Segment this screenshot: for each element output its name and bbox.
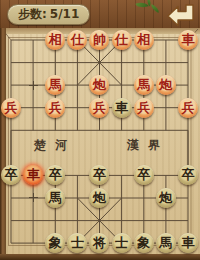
piece-black-車[interactable]: 車 [178,233,198,253]
piece-red-馬[interactable]: 馬 [134,75,154,95]
piece-black-象[interactable]: 象 [134,233,154,253]
piece-black-士[interactable]: 士 [112,233,132,253]
piece-black-卒[interactable]: 卒 [89,165,109,185]
piece-black-卒[interactable]: 卒 [134,165,154,185]
piece-red-炮[interactable]: 炮 [89,75,109,95]
piece-red-帥[interactable]: 帥 [89,30,109,50]
undo-button[interactable] [163,1,199,28]
piece-black-炮[interactable]: 炮 [89,188,109,208]
header-bar: 步数:5/11 [0,0,200,29]
steps-pill: 步数:5/11 [7,4,90,25]
point-marker [29,81,38,90]
piece-red-炮[interactable]: 炮 [156,75,176,95]
piece-red-兵[interactable]: 兵 [134,98,154,118]
board-bottom-edge [0,254,200,260]
piece-red-兵[interactable]: 兵 [89,98,109,118]
piece-black-将[interactable]: 将 [89,233,109,253]
piece-black-炮[interactable]: 炮 [156,188,176,208]
piece-black-卒[interactable]: 卒 [1,165,21,185]
piece-red-相[interactable]: 相 [45,30,65,50]
undo-arrow-icon [163,1,199,28]
piece-black-馬[interactable]: 馬 [45,188,65,208]
piece-black-士[interactable]: 士 [67,233,87,253]
piece-red-馬[interactable]: 馬 [45,75,65,95]
steps-value: 5/11 [50,7,79,21]
xiangqi-app: 步数:5/11 [0,0,200,260]
leaf-icon [149,4,160,13]
piece-black-卒[interactable]: 卒 [45,165,65,185]
point-marker [29,193,38,202]
piece-black-馬[interactable]: 馬 [156,233,176,253]
piece-red-車[interactable]: 車 [23,165,43,185]
piece-red-兵[interactable]: 兵 [1,98,21,118]
piece-red-兵[interactable]: 兵 [178,98,198,118]
piece-red-兵[interactable]: 兵 [45,98,65,118]
piece-black-卒[interactable]: 卒 [178,165,198,185]
piece-black-象[interactable]: 象 [45,233,65,253]
piece-red-仕[interactable]: 仕 [67,30,87,50]
steps-label: 步数: [18,7,47,21]
piece-red-車[interactable]: 車 [178,30,198,50]
board[interactable]: 楚河 漢界 相仕帥仕相車馬炮馬炮兵兵兵車兵兵卒車卒卒卒卒馬炮炮象士将士象馬車 [0,28,200,260]
piece-black-車[interactable]: 車 [112,98,132,118]
pieces-grid: 相仕帥仕相車馬炮馬炮兵兵兵車兵兵卒車卒卒卒卒馬炮炮象士将士象馬車 [0,29,199,255]
piece-red-相[interactable]: 相 [134,30,154,50]
piece-red-仕[interactable]: 仕 [112,30,132,50]
